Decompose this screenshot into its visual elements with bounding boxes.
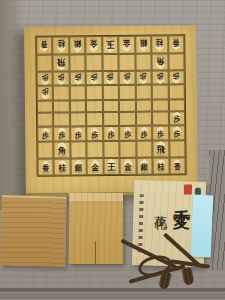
square-7h[interactable] bbox=[70, 141, 87, 158]
board-grid: 香桂銀金玉金銀桂香飛角歩歩歩歩歩歩歩歩歩歩歩歩歩歩歩歩歩歩歩歩角飛香桂銀金王金銀… bbox=[35, 34, 186, 177]
piece-kanji: 桂 bbox=[156, 39, 164, 47]
piece-sente-g[interactable]: 金 bbox=[122, 159, 135, 173]
piece-kanji: 歩 bbox=[157, 130, 165, 138]
piece-kanji: 飛 bbox=[156, 145, 165, 154]
piece-gote-s[interactable]: 銀 bbox=[137, 37, 150, 51]
piece-kanji: 歩 bbox=[42, 131, 50, 139]
piece-kanji: 金 bbox=[90, 40, 98, 48]
piece-sente-l[interactable]: 香 bbox=[172, 159, 184, 172]
square-2i[interactable]: 桂 bbox=[153, 157, 170, 175]
square-7i[interactable]: 銀 bbox=[70, 158, 87, 176]
square-6h[interactable] bbox=[87, 141, 104, 158]
piece-sente-s[interactable]: 銀 bbox=[72, 160, 85, 174]
square-3e[interactable] bbox=[136, 99, 153, 111]
piece-gote-p[interactable]: 歩 bbox=[105, 71, 116, 84]
square-9i[interactable]: 香 bbox=[37, 158, 54, 176]
piece-gote-k[interactable]: 玉 bbox=[103, 37, 117, 53]
square-5b[interactable] bbox=[102, 53, 119, 70]
piece-gote-p[interactable]: 歩 bbox=[122, 71, 133, 84]
square-2h[interactable]: 飛 bbox=[152, 140, 169, 157]
piece-sente-p[interactable]: 歩 bbox=[155, 126, 166, 139]
piece-gote-p[interactable]: 歩 bbox=[72, 72, 83, 85]
piece-kanji: 歩 bbox=[74, 73, 82, 81]
piece-gote-p[interactable]: 歩 bbox=[171, 71, 182, 84]
square-1a[interactable]: 香 bbox=[168, 35, 185, 53]
square-2a[interactable]: 桂 bbox=[151, 35, 168, 53]
piece-sente-b[interactable]: 角 bbox=[55, 142, 69, 157]
piece-kanji: 歩 bbox=[75, 131, 83, 139]
square-5e[interactable] bbox=[103, 99, 120, 111]
square-4b[interactable] bbox=[119, 53, 136, 70]
piece-kanji: 歩 bbox=[124, 130, 132, 138]
small-inscription-column bbox=[138, 194, 144, 252]
square-8c[interactable]: 歩 bbox=[53, 71, 70, 86]
piece-box-left bbox=[0, 195, 66, 266]
piece-gote-n[interactable]: 桂 bbox=[154, 37, 166, 51]
teal-paper-slip bbox=[191, 195, 214, 258]
piece-gote-s[interactable]: 銀 bbox=[71, 38, 84, 52]
piece-kanji: 歩 bbox=[123, 73, 131, 81]
piece-kanji: 桂 bbox=[157, 163, 165, 171]
square-7e[interactable] bbox=[70, 100, 87, 112]
piece-sente-p[interactable]: 歩 bbox=[56, 127, 67, 140]
square-4h[interactable] bbox=[120, 140, 137, 157]
square-6b[interactable] bbox=[86, 54, 103, 71]
square-7g[interactable]: 歩 bbox=[70, 126, 87, 141]
square-5i[interactable]: 王 bbox=[103, 157, 120, 175]
calligraphy-left-column: 萬化 bbox=[150, 204, 168, 209]
square-4d[interactable] bbox=[119, 85, 136, 100]
red-seal bbox=[184, 184, 192, 194]
square-3b[interactable] bbox=[135, 53, 152, 70]
piece-kanji: 歩 bbox=[90, 73, 98, 81]
piece-sente-r[interactable]: 飛 bbox=[154, 141, 168, 156]
piece-sente-p[interactable]: 歩 bbox=[106, 127, 117, 140]
square-7d[interactable] bbox=[70, 85, 87, 100]
square-1h[interactable] bbox=[169, 140, 186, 157]
square-5g[interactable]: 歩 bbox=[103, 126, 120, 141]
square-7c[interactable]: 歩 bbox=[69, 71, 86, 86]
piece-sente-s[interactable]: 銀 bbox=[138, 159, 151, 173]
piece-gote-p[interactable]: 歩 bbox=[154, 71, 165, 84]
piece-sente-g[interactable]: 金 bbox=[89, 159, 102, 173]
square-1b[interactable] bbox=[168, 53, 185, 70]
square-8f[interactable] bbox=[53, 112, 70, 127]
photo-shogi-set: { "scene": { "description": "Overhead ph… bbox=[0, 0, 225, 300]
piece-kanji: 銀 bbox=[140, 163, 148, 171]
piece-gote-l[interactable]: 香 bbox=[170, 38, 182, 51]
piece-gote-l[interactable]: 香 bbox=[39, 39, 51, 52]
piece-gote-g[interactable]: 金 bbox=[120, 38, 133, 52]
piece-kanji: 玉 bbox=[106, 39, 115, 48]
square-1g[interactable]: 歩 bbox=[169, 125, 186, 140]
square-1i[interactable]: 香 bbox=[169, 157, 186, 175]
square-3h[interactable] bbox=[136, 140, 153, 157]
piece-kanji: 金 bbox=[91, 163, 99, 171]
piece-kanji: 歩 bbox=[140, 73, 148, 81]
square-9a[interactable]: 香 bbox=[36, 37, 53, 55]
square-2e[interactable] bbox=[152, 99, 169, 111]
piece-kanji: 香 bbox=[172, 39, 180, 47]
square-3g[interactable]: 歩 bbox=[136, 126, 153, 141]
piece-kanji: 歩 bbox=[91, 131, 99, 139]
piece-box-middle bbox=[69, 193, 123, 264]
piece-sente-n[interactable]: 桂 bbox=[56, 160, 68, 174]
piece-kanji: 歩 bbox=[173, 72, 181, 80]
square-8e[interactable] bbox=[53, 100, 70, 112]
square-8g[interactable]: 歩 bbox=[54, 126, 71, 141]
piece-kanji: 歩 bbox=[156, 72, 164, 80]
piece-kanji: 香 bbox=[41, 41, 49, 49]
square-6e[interactable] bbox=[86, 100, 103, 112]
square-9c[interactable]: 歩 bbox=[37, 71, 54, 86]
piece-kanji: 金 bbox=[124, 163, 132, 171]
piece-kanji: 歩 bbox=[58, 73, 66, 81]
piece-gote-n[interactable]: 桂 bbox=[55, 38, 67, 52]
piece-kanji: 歩 bbox=[140, 130, 148, 138]
square-6a[interactable]: 金 bbox=[86, 36, 103, 54]
piece-kanji: 桂 bbox=[58, 164, 66, 172]
square-1e[interactable] bbox=[168, 99, 185, 111]
piece-kanji: 角 bbox=[156, 56, 165, 65]
piece-kanji: 銀 bbox=[139, 39, 147, 47]
piece-kanji: 銀 bbox=[75, 164, 83, 172]
piece-gote-g[interactable]: 金 bbox=[88, 38, 101, 52]
square-1f[interactable]: 歩 bbox=[169, 111, 186, 126]
piece-sente-k[interactable]: 王 bbox=[104, 158, 118, 174]
piece-kanji: 香 bbox=[42, 164, 50, 172]
square-3d[interactable] bbox=[135, 85, 152, 100]
piece-kanji: 香 bbox=[174, 163, 182, 171]
square-1c[interactable]: 歩 bbox=[168, 70, 185, 85]
square-3a[interactable]: 銀 bbox=[135, 36, 152, 54]
piece-kanji: 歩 bbox=[41, 88, 49, 96]
piece-sente-p[interactable]: 歩 bbox=[40, 128, 51, 141]
piece-kanji: 歩 bbox=[107, 130, 115, 138]
piece-gote-p[interactable]: 歩 bbox=[39, 72, 50, 85]
piece-kanji: 金 bbox=[123, 40, 131, 48]
piece-kanji: 歩 bbox=[41, 74, 49, 82]
piece-sente-p[interactable]: 歩 bbox=[171, 126, 182, 139]
piece-sente-l[interactable]: 香 bbox=[40, 160, 52, 173]
piece-gote-b[interactable]: 角 bbox=[153, 54, 167, 69]
square-2b[interactable]: 角 bbox=[152, 53, 169, 70]
piece-sente-p[interactable]: 歩 bbox=[171, 112, 182, 125]
piece-gote-p[interactable]: 歩 bbox=[138, 71, 149, 84]
square-2d[interactable] bbox=[152, 84, 169, 99]
square-5h[interactable] bbox=[103, 140, 120, 157]
piece-gote-r[interactable]: 飛 bbox=[54, 55, 68, 70]
piece-kanji: 飛 bbox=[57, 57, 66, 66]
piece-kanji: 歩 bbox=[58, 131, 66, 139]
square-6c[interactable]: 歩 bbox=[86, 71, 103, 86]
square-4f[interactable] bbox=[119, 111, 136, 126]
square-3c[interactable]: 歩 bbox=[135, 70, 152, 85]
square-2f[interactable] bbox=[152, 111, 169, 126]
floor-shadow-band bbox=[0, 0, 26, 210]
square-4e[interactable] bbox=[119, 99, 136, 111]
piece-kanji: 歩 bbox=[173, 130, 181, 138]
piece-kanji: 桂 bbox=[57, 40, 65, 48]
piece-kanji: 王 bbox=[107, 163, 116, 172]
square-8i[interactable]: 桂 bbox=[54, 158, 71, 176]
square-7a[interactable]: 銀 bbox=[69, 36, 86, 54]
piece-kanji: 歩 bbox=[107, 73, 115, 81]
square-9h[interactable] bbox=[37, 141, 54, 158]
square-9g[interactable]: 歩 bbox=[37, 127, 54, 142]
piece-kanji: 銀 bbox=[73, 40, 81, 48]
piece-sente-p[interactable]: 歩 bbox=[89, 127, 100, 140]
piece-sente-p[interactable]: 歩 bbox=[139, 127, 150, 140]
square-8a[interactable]: 桂 bbox=[53, 36, 70, 54]
square-8d[interactable] bbox=[53, 85, 70, 100]
square-6f[interactable] bbox=[86, 112, 103, 127]
piece-kanji: 角 bbox=[58, 146, 67, 155]
square-6d[interactable] bbox=[86, 85, 103, 100]
wood-crack bbox=[95, 241, 96, 264]
square-5c[interactable]: 歩 bbox=[102, 70, 119, 85]
square-8h[interactable]: 角 bbox=[54, 141, 71, 158]
piece-sente-p[interactable]: 歩 bbox=[73, 127, 84, 140]
square-7f[interactable] bbox=[70, 112, 87, 127]
square-5d[interactable] bbox=[102, 85, 119, 100]
square-6i[interactable]: 金 bbox=[87, 158, 104, 176]
square-6g[interactable]: 歩 bbox=[86, 126, 103, 141]
square-1d[interactable] bbox=[168, 84, 185, 99]
shogi-board: 香桂銀金玉金銀桂香飛角歩歩歩歩歩歩歩歩歩歩歩歩歩歩歩歩歩歩歩歩角飛香桂銀金王金銀… bbox=[24, 25, 198, 196]
calligraphy-right-column: 千変 bbox=[172, 195, 195, 200]
square-7b[interactable] bbox=[69, 54, 86, 71]
square-2g[interactable]: 歩 bbox=[152, 125, 169, 140]
square-9b[interactable] bbox=[36, 54, 53, 71]
square-9f[interactable] bbox=[37, 112, 54, 127]
piece-gote-p[interactable]: 歩 bbox=[89, 72, 100, 85]
piece-gote-p[interactable]: 歩 bbox=[56, 72, 67, 85]
piece-sente-n[interactable]: 桂 bbox=[155, 159, 167, 173]
square-3i[interactable]: 銀 bbox=[136, 157, 153, 175]
square-5f[interactable] bbox=[103, 111, 120, 126]
piece-kanji: 歩 bbox=[173, 115, 181, 123]
square-4i[interactable]: 金 bbox=[120, 157, 137, 175]
piece-sente-p[interactable]: 歩 bbox=[122, 127, 133, 140]
piece-gote-p[interactable]: 歩 bbox=[39, 87, 50, 100]
square-8b[interactable]: 飛 bbox=[53, 54, 70, 71]
square-4c[interactable]: 歩 bbox=[119, 70, 136, 85]
square-4a[interactable]: 金 bbox=[118, 36, 135, 54]
square-9d[interactable]: 歩 bbox=[37, 86, 54, 101]
floor-bottom-plank bbox=[0, 291, 225, 300]
square-9e[interactable] bbox=[37, 100, 54, 112]
square-5a[interactable]: 玉 bbox=[102, 36, 119, 54]
square-3f[interactable] bbox=[136, 111, 153, 126]
square-2c[interactable]: 歩 bbox=[152, 70, 169, 85]
square-4g[interactable]: 歩 bbox=[119, 126, 136, 141]
